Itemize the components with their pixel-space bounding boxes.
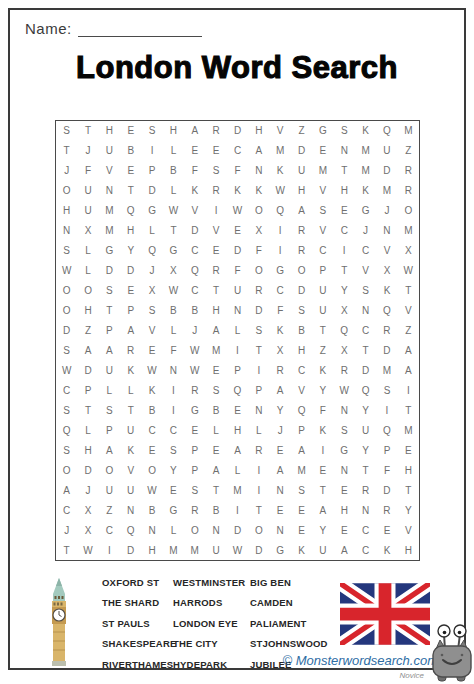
grid-cell-r16c17[interactable]: M	[398, 420, 419, 440]
grid-cell-r17c12[interactable]: A	[291, 440, 312, 460]
grid-cell-r1c11[interactable]: V	[270, 121, 291, 141]
grid-cell-r6c4[interactable]: H	[120, 221, 141, 241]
grid-cell-r12c6[interactable]: F	[163, 341, 184, 361]
grid-cell-r4c10[interactable]: K	[248, 181, 269, 201]
grid-cell-r6c7[interactable]: D	[184, 221, 205, 241]
grid-cell-r13c4[interactable]: K	[120, 360, 141, 380]
grid-cell-r9c5[interactable]: X	[141, 281, 162, 301]
grid-cell-r7c8[interactable]: E	[205, 241, 226, 261]
grid-cell-r16c14[interactable]: S	[334, 420, 355, 440]
grid-cell-r12c2[interactable]: A	[77, 341, 98, 361]
grid-cell-r22c16[interactable]: K	[376, 540, 397, 560]
grid-cell-r22c15[interactable]: C	[355, 540, 376, 560]
grid-cell-r2c11[interactable]: M	[270, 141, 291, 161]
grid-cell-r4c12[interactable]: H	[291, 181, 312, 201]
grid-cell-r6c8[interactable]: V	[205, 221, 226, 241]
grid-cell-r17c1[interactable]: S	[56, 440, 77, 460]
grid-cell-r7c10[interactable]: F	[248, 241, 269, 261]
grid-cell-r4c15[interactable]: K	[355, 181, 376, 201]
grid-cell-r10c12[interactable]: S	[291, 301, 312, 321]
grid-cell-r17c7[interactable]: P	[184, 440, 205, 460]
grid-cell-r17c5[interactable]: E	[141, 440, 162, 460]
grid-cell-r22c4[interactable]: D	[120, 540, 141, 560]
grid-cell-r8c7[interactable]: Q	[184, 261, 205, 281]
grid-cell-r21c17[interactable]: V	[398, 520, 419, 540]
grid-cell-r19c15[interactable]: R	[355, 480, 376, 500]
grid-cell-r17c16[interactable]: P	[376, 440, 397, 460]
grid-cell-r20c9[interactable]: I	[227, 500, 248, 520]
grid-cell-r15c15[interactable]: Y	[355, 400, 376, 420]
grid-cell-r7c3[interactable]: G	[99, 241, 120, 261]
grid-cell-r20c7[interactable]: R	[184, 500, 205, 520]
grid-cell-r15c5[interactable]: B	[141, 400, 162, 420]
grid-cell-r11c11[interactable]: K	[270, 321, 291, 341]
grid-cell-r4c9[interactable]: K	[227, 181, 248, 201]
grid-cell-r18c15[interactable]: T	[355, 460, 376, 480]
grid-cell-r18c17[interactable]: H	[398, 460, 419, 480]
grid-cell-r15c4[interactable]: T	[120, 400, 141, 420]
grid-cell-r5c1[interactable]: H	[56, 201, 77, 221]
grid-cell-r2c16[interactable]: U	[376, 141, 397, 161]
grid-cell-r9c9[interactable]: U	[227, 281, 248, 301]
grid-cell-r7c11[interactable]: I	[270, 241, 291, 261]
grid-cell-r18c9[interactable]: L	[227, 460, 248, 480]
grid-cell-r10c11[interactable]: F	[270, 301, 291, 321]
grid-cell-r8c2[interactable]: L	[77, 261, 98, 281]
grid-cell-r12c8[interactable]: M	[205, 341, 226, 361]
grid-cell-r14c7[interactable]: R	[184, 380, 205, 400]
grid-cell-r10c10[interactable]: D	[248, 301, 269, 321]
grid-cell-r11c9[interactable]: L	[227, 321, 248, 341]
grid-cell-r3c8[interactable]: S	[205, 161, 226, 181]
grid-cell-r2c12[interactable]: D	[291, 141, 312, 161]
grid-cell-r8c1[interactable]: W	[56, 261, 77, 281]
grid-cell-r16c2[interactable]: L	[77, 420, 98, 440]
grid-cell-r9c16[interactable]: K	[376, 281, 397, 301]
grid-cell-r3c13[interactable]: M	[312, 161, 333, 181]
grid-cell-r12c17[interactable]: A	[398, 341, 419, 361]
grid-cell-r9c7[interactable]: C	[184, 281, 205, 301]
grid-cell-r18c3[interactable]: O	[99, 460, 120, 480]
grid-cell-r16c9[interactable]: H	[227, 420, 248, 440]
grid-cell-r5c15[interactable]: G	[355, 201, 376, 221]
grid-cell-r12c11[interactable]: X	[270, 341, 291, 361]
grid-cell-r19c17[interactable]: T	[398, 480, 419, 500]
grid-cell-r12c7[interactable]: W	[184, 341, 205, 361]
grid-cell-r14c14[interactable]: W	[334, 380, 355, 400]
grid-cell-r8c12[interactable]: O	[291, 261, 312, 281]
grid-cell-r2c2[interactable]: J	[77, 141, 98, 161]
grid-cell-r6c6[interactable]: T	[163, 221, 184, 241]
grid-cell-r20c12[interactable]: E	[291, 500, 312, 520]
grid-cell-r21c11[interactable]: N	[270, 520, 291, 540]
grid-cell-r20c8[interactable]: B	[205, 500, 226, 520]
grid-cell-r21c2[interactable]: X	[77, 520, 98, 540]
grid-cell-r3c17[interactable]: R	[398, 161, 419, 181]
grid-cell-r10c13[interactable]: U	[312, 301, 333, 321]
grid-cell-r12c10[interactable]: T	[248, 341, 269, 361]
grid-cell-r18c10[interactable]: I	[248, 460, 269, 480]
watermark-link[interactable]: © Monsterwordsearch.com	[282, 653, 438, 668]
grid-cell-r22c6[interactable]: M	[163, 540, 184, 560]
grid-cell-r16c4[interactable]: U	[120, 420, 141, 440]
grid-cell-r8c14[interactable]: T	[334, 261, 355, 281]
grid-cell-r15c14[interactable]: N	[334, 400, 355, 420]
grid-cell-r21c9[interactable]: D	[227, 520, 248, 540]
grid-cell-r16c11[interactable]: J	[270, 420, 291, 440]
grid-cell-r8c13[interactable]: P	[312, 261, 333, 281]
grid-cell-r21c3[interactable]: C	[99, 520, 120, 540]
grid-cell-r9c12[interactable]: D	[291, 281, 312, 301]
grid-cell-r14c16[interactable]: S	[376, 380, 397, 400]
grid-cell-r18c6[interactable]: Y	[163, 460, 184, 480]
grid-cell-r12c3[interactable]: A	[99, 341, 120, 361]
grid-cell-r19c14[interactable]: E	[334, 480, 355, 500]
grid-cell-r17c4[interactable]: K	[120, 440, 141, 460]
grid-cell-r17c9[interactable]: A	[227, 440, 248, 460]
grid-cell-r7c14[interactable]: I	[334, 241, 355, 261]
grid-cell-r10c5[interactable]: S	[141, 301, 162, 321]
name-input-line[interactable]	[78, 23, 202, 37]
grid-cell-r14c3[interactable]: L	[99, 380, 120, 400]
grid-cell-r14c12[interactable]: V	[291, 380, 312, 400]
grid-cell-r13c17[interactable]: A	[398, 360, 419, 380]
grid-cell-r8c15[interactable]: V	[355, 261, 376, 281]
grid-cell-r15c12[interactable]: Q	[291, 400, 312, 420]
grid-cell-r13c8[interactable]: E	[205, 360, 226, 380]
grid-cell-r13c2[interactable]: D	[77, 360, 98, 380]
grid-cell-r21c12[interactable]: E	[291, 520, 312, 540]
grid-cell-r22c9[interactable]: W	[227, 540, 248, 560]
grid-cell-r1c14[interactable]: S	[334, 121, 355, 141]
grid-cell-r18c13[interactable]: E	[312, 460, 333, 480]
grid-cell-r3c4[interactable]: E	[120, 161, 141, 181]
grid-cell-r10c1[interactable]: O	[56, 301, 77, 321]
grid-cell-r11c5[interactable]: V	[141, 321, 162, 341]
grid-cell-r12c1[interactable]: S	[56, 341, 77, 361]
grid-cell-r22c17[interactable]: H	[398, 540, 419, 560]
grid-cell-r17c17[interactable]: E	[398, 440, 419, 460]
grid-cell-r11c16[interactable]: R	[376, 321, 397, 341]
grid-cell-r4c7[interactable]: K	[184, 181, 205, 201]
grid-cell-r19c9[interactable]: M	[227, 480, 248, 500]
grid-cell-r2c10[interactable]: A	[248, 141, 269, 161]
grid-cell-r12c14[interactable]: X	[334, 341, 355, 361]
grid-cell-r11c12[interactable]: B	[291, 321, 312, 341]
grid-cell-r13c10[interactable]: I	[248, 360, 269, 380]
grid-cell-r21c14[interactable]: E	[334, 520, 355, 540]
grid-cell-r19c1[interactable]: A	[56, 480, 77, 500]
grid-cell-r3c16[interactable]: D	[376, 161, 397, 181]
grid-cell-r7c12[interactable]: R	[291, 241, 312, 261]
grid-cell-r1c10[interactable]: H	[248, 121, 269, 141]
grid-cell-r10c2[interactable]: H	[77, 301, 98, 321]
grid-cell-r11c4[interactable]: A	[120, 321, 141, 341]
grid-cell-r6c10[interactable]: X	[248, 221, 269, 241]
grid-cell-r13c14[interactable]: R	[334, 360, 355, 380]
grid-cell-r10c7[interactable]: B	[184, 301, 205, 321]
grid-cell-r16c6[interactable]: C	[163, 420, 184, 440]
grid-cell-r7c1[interactable]: S	[56, 241, 77, 261]
grid-cell-r6c12[interactable]: R	[291, 221, 312, 241]
grid-cell-r10c4[interactable]: P	[120, 301, 141, 321]
grid-cell-r4c3[interactable]: N	[99, 181, 120, 201]
grid-cell-r22c14[interactable]: A	[334, 540, 355, 560]
grid-cell-r9c13[interactable]: U	[312, 281, 333, 301]
grid-cell-r7c7[interactable]: C	[184, 241, 205, 261]
grid-cell-r15c11[interactable]: Y	[270, 400, 291, 420]
grid-cell-r15c3[interactable]: S	[99, 400, 120, 420]
grid-cell-r3c14[interactable]: T	[334, 161, 355, 181]
grid-cell-r17c6[interactable]: S	[163, 440, 184, 460]
grid-cell-r4c14[interactable]: H	[334, 181, 355, 201]
grid-cell-r13c6[interactable]: N	[163, 360, 184, 380]
grid-cell-r16c13[interactable]: K	[312, 420, 333, 440]
grid-cell-r6c11[interactable]: I	[270, 221, 291, 241]
grid-cell-r14c6[interactable]: I	[163, 380, 184, 400]
grid-cell-r3c11[interactable]: K	[270, 161, 291, 181]
grid-cell-r1c13[interactable]: G	[312, 121, 333, 141]
grid-cell-r22c1[interactable]: T	[56, 540, 77, 560]
grid-cell-r1c16[interactable]: Q	[376, 121, 397, 141]
grid-cell-r18c7[interactable]: P	[184, 460, 205, 480]
grid-cell-r18c8[interactable]: A	[205, 460, 226, 480]
grid-cell-r20c15[interactable]: N	[355, 500, 376, 520]
grid-cell-r5c14[interactable]: E	[334, 201, 355, 221]
grid-cell-r1c1[interactable]: S	[56, 121, 77, 141]
grid-cell-r9c10[interactable]: R	[248, 281, 269, 301]
grid-cell-r9c4[interactable]: E	[120, 281, 141, 301]
grid-cell-r13c12[interactable]: C	[291, 360, 312, 380]
grid-cell-r2c15[interactable]: M	[355, 141, 376, 161]
grid-cell-r20c11[interactable]: E	[270, 500, 291, 520]
grid-cell-r22c11[interactable]: G	[270, 540, 291, 560]
grid-cell-r19c11[interactable]: N	[270, 480, 291, 500]
grid-cell-r8c11[interactable]: G	[270, 261, 291, 281]
grid-cell-r12c13[interactable]: Z	[312, 341, 333, 361]
grid-cell-r15c17[interactable]: T	[398, 400, 419, 420]
grid-cell-r18c11[interactable]: A	[270, 460, 291, 480]
grid-cell-r8c6[interactable]: X	[163, 261, 184, 281]
grid-cell-r14c11[interactable]: A	[270, 380, 291, 400]
grid-cell-r10c3[interactable]: T	[99, 301, 120, 321]
grid-cell-r17c2[interactable]: H	[77, 440, 98, 460]
grid-cell-r2c7[interactable]: E	[184, 141, 205, 161]
grid-cell-r3c2[interactable]: F	[77, 161, 98, 181]
grid-cell-r4c11[interactable]: W	[270, 181, 291, 201]
grid-cell-r20c3[interactable]: Z	[99, 500, 120, 520]
grid-cell-r13c16[interactable]: M	[376, 360, 397, 380]
grid-cell-r8c3[interactable]: D	[99, 261, 120, 281]
grid-cell-r7c16[interactable]: V	[376, 241, 397, 261]
grid-cell-r22c2[interactable]: W	[77, 540, 98, 560]
grid-cell-r3c15[interactable]: M	[355, 161, 376, 181]
grid-cell-r13c13[interactable]: K	[312, 360, 333, 380]
grid-cell-r11c14[interactable]: Q	[334, 321, 355, 341]
grid-cell-r15c8[interactable]: B	[205, 400, 226, 420]
grid-cell-r21c1[interactable]: J	[56, 520, 77, 540]
grid-cell-r7c9[interactable]: D	[227, 241, 248, 261]
grid-cell-r19c2[interactable]: J	[77, 480, 98, 500]
grid-cell-r21c15[interactable]: C	[355, 520, 376, 540]
grid-cell-r13c15[interactable]: D	[355, 360, 376, 380]
grid-cell-r10c14[interactable]: X	[334, 301, 355, 321]
grid-cell-r21c4[interactable]: Q	[120, 520, 141, 540]
grid-cell-r4c17[interactable]: R	[398, 181, 419, 201]
grid-cell-r4c13[interactable]: V	[312, 181, 333, 201]
grid-cell-r4c8[interactable]: R	[205, 181, 226, 201]
grid-cell-r8c17[interactable]: W	[398, 261, 419, 281]
grid-cell-r9c8[interactable]: T	[205, 281, 226, 301]
grid-cell-r15c10[interactable]: N	[248, 400, 269, 420]
grid-cell-r16c16[interactable]: Q	[376, 420, 397, 440]
grid-cell-r13c3[interactable]: U	[99, 360, 120, 380]
grid-cell-r3c5[interactable]: P	[141, 161, 162, 181]
grid-cell-r1c4[interactable]: E	[120, 121, 141, 141]
grid-cell-r16c15[interactable]: U	[355, 420, 376, 440]
grid-cell-r3c10[interactable]: N	[248, 161, 269, 181]
grid-cell-r7c2[interactable]: L	[77, 241, 98, 261]
grid-cell-r3c12[interactable]: U	[291, 161, 312, 181]
grid-cell-r6c17[interactable]: M	[398, 221, 419, 241]
grid-cell-r3c1[interactable]: J	[56, 161, 77, 181]
grid-cell-r22c8[interactable]: U	[205, 540, 226, 560]
grid-cell-r9c2[interactable]: O	[77, 281, 98, 301]
grid-cell-r14c10[interactable]: P	[248, 380, 269, 400]
grid-cell-r5c8[interactable]: I	[205, 201, 226, 221]
grid-cell-r20c16[interactable]: R	[376, 500, 397, 520]
grid-cell-r9c15[interactable]: S	[355, 281, 376, 301]
grid-cell-r10c17[interactable]: V	[398, 301, 419, 321]
grid-cell-r5c16[interactable]: J	[376, 201, 397, 221]
grid-cell-r14c13[interactable]: Y	[312, 380, 333, 400]
grid-cell-r20c14[interactable]: H	[334, 500, 355, 520]
grid-cell-r12c9[interactable]: I	[227, 341, 248, 361]
grid-cell-r22c12[interactable]: K	[291, 540, 312, 560]
grid-cell-r13c11[interactable]: R	[270, 360, 291, 380]
grid-cell-r20c17[interactable]: Y	[398, 500, 419, 520]
grid-cell-r14c17[interactable]: I	[398, 380, 419, 400]
grid-cell-r15c13[interactable]: F	[312, 400, 333, 420]
grid-cell-r11c15[interactable]: C	[355, 321, 376, 341]
grid-cell-r7c15[interactable]: C	[355, 241, 376, 261]
grid-cell-r12c12[interactable]: H	[291, 341, 312, 361]
grid-cell-r19c7[interactable]: S	[184, 480, 205, 500]
grid-cell-r20c2[interactable]: X	[77, 500, 98, 520]
grid-cell-r18c2[interactable]: D	[77, 460, 98, 480]
grid-cell-r11c7[interactable]: J	[184, 321, 205, 341]
grid-cell-r10c16[interactable]: Q	[376, 301, 397, 321]
grid-cell-r5c4[interactable]: Q	[120, 201, 141, 221]
grid-cell-r19c5[interactable]: W	[141, 480, 162, 500]
grid-cell-r10c9[interactable]: N	[227, 301, 248, 321]
grid-cell-r15c9[interactable]: E	[227, 400, 248, 420]
grid-cell-r10c15[interactable]: N	[355, 301, 376, 321]
grid-cell-r18c14[interactable]: N	[334, 460, 355, 480]
grid-cell-r3c9[interactable]: F	[227, 161, 248, 181]
grid-cell-r11c1[interactable]: D	[56, 321, 77, 341]
grid-cell-r12c4[interactable]: R	[120, 341, 141, 361]
grid-cell-r5c12[interactable]: A	[291, 201, 312, 221]
grid-cell-r19c8[interactable]: T	[205, 480, 226, 500]
grid-cell-r5c13[interactable]: S	[312, 201, 333, 221]
grid-cell-r1c12[interactable]: Z	[291, 121, 312, 141]
grid-cell-r18c5[interactable]: O	[141, 460, 162, 480]
grid-cell-r9c6[interactable]: W	[163, 281, 184, 301]
grid-cell-r12c16[interactable]: D	[376, 341, 397, 361]
grid-cell-r5c11[interactable]: Q	[270, 201, 291, 221]
grid-cell-r4c2[interactable]: U	[77, 181, 98, 201]
grid-cell-r5c7[interactable]: V	[184, 201, 205, 221]
grid-cell-r15c16[interactable]: I	[376, 400, 397, 420]
grid-cell-r1c5[interactable]: S	[141, 121, 162, 141]
grid-cell-r8c10[interactable]: O	[248, 261, 269, 281]
grid-cell-r7c5[interactable]: Q	[141, 241, 162, 261]
grid-cell-r9c1[interactable]: O	[56, 281, 77, 301]
grid-cell-r6c2[interactable]: X	[77, 221, 98, 241]
grid-cell-r5c2[interactable]: U	[77, 201, 98, 221]
grid-cell-r1c6[interactable]: H	[163, 121, 184, 141]
grid-cell-r11c3[interactable]: P	[99, 321, 120, 341]
grid-cell-r11c2[interactable]: Z	[77, 321, 98, 341]
grid-cell-r16c3[interactable]: P	[99, 420, 120, 440]
grid-cell-r22c5[interactable]: H	[141, 540, 162, 560]
grid-cell-r19c4[interactable]: U	[120, 480, 141, 500]
grid-cell-r5c10[interactable]: O	[248, 201, 269, 221]
grid-cell-r17c15[interactable]: Y	[355, 440, 376, 460]
grid-cell-r18c12[interactable]: M	[291, 460, 312, 480]
grid-cell-r1c7[interactable]: A	[184, 121, 205, 141]
grid-cell-r1c8[interactable]: R	[205, 121, 226, 141]
grid-cell-r7c17[interactable]: X	[398, 241, 419, 261]
grid-cell-r20c6[interactable]: G	[163, 500, 184, 520]
grid-cell-r9c3[interactable]: S	[99, 281, 120, 301]
grid-cell-r4c1[interactable]: O	[56, 181, 77, 201]
grid-cell-r21c13[interactable]: Y	[312, 520, 333, 540]
grid-cell-r8c8[interactable]: R	[205, 261, 226, 281]
grid-cell-r11c13[interactable]: T	[312, 321, 333, 341]
grid-cell-r16c12[interactable]: P	[291, 420, 312, 440]
grid-cell-r21c5[interactable]: N	[141, 520, 162, 540]
grid-cell-r9c17[interactable]: T	[398, 281, 419, 301]
grid-cell-r9c14[interactable]: Y	[334, 281, 355, 301]
grid-cell-r2c3[interactable]: U	[99, 141, 120, 161]
grid-cell-r22c3[interactable]: I	[99, 540, 120, 560]
grid-cell-r6c14[interactable]: C	[334, 221, 355, 241]
grid-cell-r22c10[interactable]: D	[248, 540, 269, 560]
grid-cell-r15c1[interactable]: S	[56, 400, 77, 420]
grid-cell-r11c6[interactable]: L	[163, 321, 184, 341]
grid-cell-r7c13[interactable]: C	[312, 241, 333, 261]
grid-cell-r2c6[interactable]: L	[163, 141, 184, 161]
grid-cell-r6c5[interactable]: L	[141, 221, 162, 241]
grid-cell-r16c1[interactable]: Q	[56, 420, 77, 440]
grid-cell-r19c6[interactable]: E	[163, 480, 184, 500]
grid-cell-r11c8[interactable]: A	[205, 321, 226, 341]
grid-cell-r7c4[interactable]: Y	[120, 241, 141, 261]
grid-cell-r1c9[interactable]: D	[227, 121, 248, 141]
grid-cell-r21c10[interactable]: O	[248, 520, 269, 540]
grid-cell-r14c4[interactable]: L	[120, 380, 141, 400]
grid-cell-r19c10[interactable]: I	[248, 480, 269, 500]
grid-cell-r19c3[interactable]: U	[99, 480, 120, 500]
grid-cell-r20c4[interactable]: N	[120, 500, 141, 520]
grid-cell-r19c16[interactable]: D	[376, 480, 397, 500]
grid-cell-r5c17[interactable]: O	[398, 201, 419, 221]
grid-cell-r14c9[interactable]: Q	[227, 380, 248, 400]
grid-cell-r2c4[interactable]: B	[120, 141, 141, 161]
grid-cell-r20c10[interactable]: T	[248, 500, 269, 520]
